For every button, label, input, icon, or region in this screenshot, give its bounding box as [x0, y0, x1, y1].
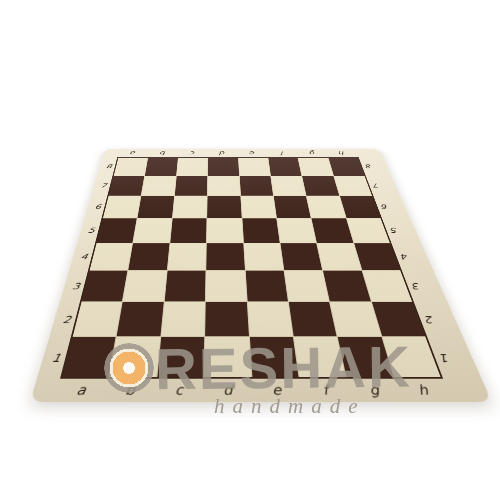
square-d1: [205, 337, 251, 377]
file-label-top-g: g: [309, 150, 316, 156]
square-c2: [161, 302, 205, 337]
square-d6: [207, 196, 241, 218]
square-f7: [271, 176, 306, 196]
square-a6: [103, 196, 141, 218]
rank-label-right-7: 7: [372, 182, 380, 188]
square-b6: [138, 196, 174, 218]
square-d3: [206, 271, 247, 302]
square-b5: [133, 218, 171, 242]
file-label-top-e: e: [250, 150, 256, 156]
square-e3: [245, 271, 287, 302]
square-e7: [239, 176, 273, 196]
file-label-top-d: d: [220, 150, 226, 156]
square-f5: [277, 218, 316, 242]
product-photo: abcdefgh 87654321 87654321 abcdefgh RESH…: [0, 0, 500, 500]
rank-label-left-7: 7: [100, 182, 108, 188]
square-f8: [268, 158, 301, 176]
mat-middle-row: 87654321 87654321: [37, 157, 482, 379]
square-g7: [302, 176, 339, 196]
square-g8: [298, 158, 333, 176]
rank-label-right-6: 6: [380, 203, 389, 210]
rank-label-left-8: 8: [106, 163, 113, 169]
bottom-file-labels: abcdefgh: [54, 379, 452, 402]
square-a5: [97, 218, 137, 242]
square-b8: [145, 158, 178, 176]
square-e4: [244, 243, 284, 270]
square-d4: [206, 243, 244, 270]
square-c4: [167, 243, 206, 270]
file-label-bottom-d: d: [223, 382, 233, 398]
file-label-bottom-c: c: [174, 382, 183, 398]
rank-label-left-5: 5: [87, 226, 96, 234]
square-a1: [62, 337, 115, 377]
square-c1: [157, 337, 204, 377]
square-f4: [280, 243, 322, 270]
square-e1: [249, 337, 298, 377]
square-a3: [82, 271, 128, 302]
square-b3: [123, 271, 167, 302]
square-d8: [208, 158, 239, 176]
square-e8: [238, 158, 270, 176]
square-b4: [129, 243, 170, 270]
file-label-bottom-a: a: [75, 382, 88, 398]
file-label-bottom-b: b: [124, 382, 136, 398]
rank-label-left-2: 2: [62, 314, 73, 325]
top-file-labels: abcdefgh: [117, 149, 358, 157]
rank-label-right-3: 3: [411, 281, 422, 291]
rank-label-right-8: 8: [365, 163, 373, 169]
file-label-bottom-g: g: [368, 382, 382, 398]
square-a2: [73, 302, 122, 337]
rank-label-left-1: 1: [51, 351, 63, 364]
square-c5: [170, 218, 206, 242]
rank-label-left-3: 3: [71, 281, 81, 291]
file-label-top-c: c: [190, 150, 195, 156]
square-b7: [142, 176, 176, 196]
file-label-bottom-h: h: [416, 382, 431, 398]
square-f2: [289, 302, 337, 337]
file-label-top-a: a: [130, 150, 137, 156]
square-d2: [205, 302, 248, 337]
square-e6: [241, 196, 276, 218]
square-e5: [242, 218, 279, 242]
square-a8: [114, 158, 148, 176]
chess-mat: abcdefgh 87654321 87654321 abcdefgh: [30, 149, 492, 402]
square-a7: [109, 176, 145, 196]
square-d5: [207, 218, 243, 242]
square-c6: [173, 196, 207, 218]
square-a4: [90, 243, 133, 270]
rank-label-right-4: 4: [399, 252, 409, 261]
file-label-bottom-f: f: [321, 382, 329, 398]
square-d7: [208, 176, 240, 196]
rank-label-right-1: 1: [438, 351, 451, 364]
square-f1: [294, 337, 346, 377]
square-b1: [110, 337, 160, 377]
file-label-top-f: f: [280, 150, 284, 156]
square-e2: [247, 302, 292, 337]
square-c7: [175, 176, 208, 196]
square-b2: [117, 302, 164, 337]
square-f6: [274, 196, 311, 218]
square-c3: [164, 271, 205, 302]
file-label-top-h: h: [338, 150, 346, 156]
rank-label-right-5: 5: [389, 226, 399, 234]
rank-label-left-6: 6: [94, 203, 102, 210]
file-label-bottom-e: e: [271, 382, 282, 398]
rank-label-left-4: 4: [80, 252, 89, 261]
file-label-top-b: b: [160, 150, 167, 156]
rank-label-right-2: 2: [424, 314, 436, 325]
square-f3: [284, 271, 329, 302]
square-c8: [177, 158, 208, 176]
